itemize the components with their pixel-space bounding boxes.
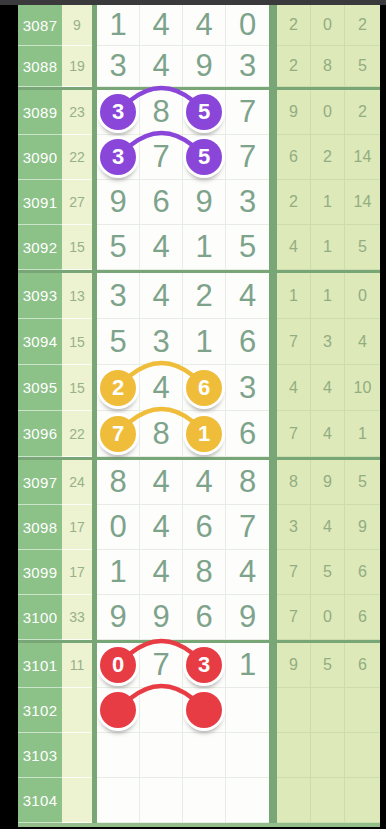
sum-cell bbox=[62, 688, 92, 733]
chart-row-3097: 3097248448895 bbox=[18, 460, 380, 505]
digit-cell bbox=[183, 733, 226, 778]
digit-cell bbox=[97, 733, 140, 778]
digit-cell: 8 bbox=[140, 90, 183, 135]
digit-cell: 9 bbox=[97, 180, 140, 225]
issue-cell: 3091 bbox=[18, 180, 62, 225]
thick-vertical-divider bbox=[269, 595, 277, 640]
extra-cell: 9 bbox=[277, 90, 311, 135]
chart-row-3088: 3088193493285 bbox=[18, 46, 380, 87]
digit-cell: 4 bbox=[140, 550, 183, 595]
issue-cell: 3103 bbox=[18, 733, 62, 778]
extra-cell: 6 bbox=[277, 135, 311, 180]
extra-cell bbox=[311, 778, 345, 823]
highlight-circle-red: 3 bbox=[186, 647, 222, 683]
extra-cell: 7 bbox=[277, 319, 311, 365]
extra-cell: 14 bbox=[345, 135, 380, 180]
digit-cell: 5 bbox=[97, 319, 140, 365]
extra-cell: 0 bbox=[311, 595, 345, 640]
extra-cell: 7 bbox=[277, 411, 311, 457]
digit-cell: 3 bbox=[226, 46, 269, 87]
digit-cell bbox=[226, 778, 269, 823]
chart-row-3096: 3096227816741 bbox=[18, 411, 380, 457]
digit-cell: 9 bbox=[226, 595, 269, 640]
digit-cell bbox=[183, 778, 226, 823]
digit-cell bbox=[226, 688, 269, 733]
extra-cell: 1 bbox=[311, 225, 345, 270]
issue-cell: 3095 bbox=[18, 365, 62, 411]
extra-cell: 5 bbox=[345, 46, 380, 87]
sum-cell: 27 bbox=[62, 180, 92, 225]
issue-cell: 3102 bbox=[18, 688, 62, 733]
chart-row-3095: 30951524634410 bbox=[18, 365, 380, 411]
sum-cell bbox=[62, 778, 92, 823]
sum-cell: 13 bbox=[62, 273, 92, 319]
digit-cell: 1 bbox=[183, 225, 226, 270]
extra-cell: 2 bbox=[277, 180, 311, 225]
extra-cell bbox=[345, 778, 380, 823]
issue-cell: 3100 bbox=[18, 595, 62, 640]
chart-row-3089: 3089233857902 bbox=[18, 90, 380, 135]
sum-cell: 17 bbox=[62, 505, 92, 550]
chart-row-3104: 3104 bbox=[18, 778, 380, 823]
extra-cell: 6 bbox=[345, 643, 380, 688]
digit-cell: 8 bbox=[97, 460, 140, 505]
digit-cell: 9 bbox=[183, 46, 226, 87]
thick-vertical-divider bbox=[269, 135, 277, 180]
thick-vertical-divider bbox=[269, 319, 277, 365]
extra-cell: 9 bbox=[277, 643, 311, 688]
extra-cell: 2 bbox=[277, 5, 311, 46]
chart-row-3087: 308791440202 bbox=[18, 5, 380, 46]
thick-vertical-divider bbox=[269, 411, 277, 457]
digit-cell: 4 bbox=[183, 460, 226, 505]
extra-cell: 2 bbox=[311, 135, 345, 180]
digit-cell: 4 bbox=[140, 46, 183, 87]
digit-cell: 5 bbox=[183, 90, 226, 135]
digit-cell: 5 bbox=[226, 225, 269, 270]
sum-cell: 33 bbox=[62, 595, 92, 640]
sum-cell bbox=[62, 733, 92, 778]
highlight-circle-red bbox=[186, 692, 222, 728]
extra-cell bbox=[277, 733, 311, 778]
extra-cell: 7 bbox=[277, 550, 311, 595]
sum-cell: 23 bbox=[62, 90, 92, 135]
digit-cell bbox=[140, 733, 183, 778]
highlight-circle-red bbox=[100, 692, 136, 728]
digit-cell: 1 bbox=[226, 643, 269, 688]
issue-cell: 3090 bbox=[18, 135, 62, 180]
sum-cell: 22 bbox=[62, 135, 92, 180]
thick-vertical-divider bbox=[269, 460, 277, 505]
extra-cell: 4 bbox=[311, 411, 345, 457]
issue-cell: 3101 bbox=[18, 643, 62, 688]
digit-cell: 6 bbox=[183, 595, 226, 640]
extra-cell: 2 bbox=[345, 5, 380, 46]
digit-cell: 6 bbox=[183, 365, 226, 411]
extra-cell bbox=[311, 733, 345, 778]
issue-cell: 3089 bbox=[18, 90, 62, 135]
digit-cell: 8 bbox=[140, 411, 183, 457]
chart-row-3103: 3103 bbox=[18, 733, 380, 778]
thick-vertical-divider bbox=[269, 225, 277, 270]
digit-cell: 3 bbox=[97, 135, 140, 180]
issue-cell: 3098 bbox=[18, 505, 62, 550]
chart-row-3100: 3100339969706 bbox=[18, 595, 380, 640]
extra-cell: 5 bbox=[345, 225, 380, 270]
extra-cell: 3 bbox=[311, 319, 345, 365]
thick-vertical-divider bbox=[269, 46, 277, 87]
thick-vertical-divider bbox=[269, 273, 277, 319]
trend-chart-table: 3087914402023088193493285308923385790230… bbox=[18, 5, 380, 827]
thick-vertical-divider bbox=[269, 505, 277, 550]
sum-cell: 15 bbox=[62, 319, 92, 365]
digit-cell: 3 bbox=[97, 46, 140, 87]
digit-cell: 2 bbox=[97, 365, 140, 411]
issue-cell: 3099 bbox=[18, 550, 62, 595]
thick-vertical-divider bbox=[269, 733, 277, 778]
digit-cell: 3 bbox=[226, 365, 269, 411]
extra-cell: 1 bbox=[345, 411, 380, 457]
digit-cell: 8 bbox=[183, 550, 226, 595]
extra-cell: 4 bbox=[277, 225, 311, 270]
digit-cell: 7 bbox=[226, 505, 269, 550]
highlight-circle-purple: 5 bbox=[186, 94, 222, 130]
digit-cell: 4 bbox=[140, 365, 183, 411]
digit-cell: 5 bbox=[97, 225, 140, 270]
extra-cell: 4 bbox=[311, 365, 345, 411]
digit-cell: 2 bbox=[183, 273, 226, 319]
sum-cell: 19 bbox=[62, 46, 92, 87]
extra-cell: 2 bbox=[345, 90, 380, 135]
digit-cell: 6 bbox=[226, 319, 269, 365]
digit-cell: 3 bbox=[140, 319, 183, 365]
digit-cell: 3 bbox=[183, 643, 226, 688]
thick-vertical-divider bbox=[269, 180, 277, 225]
extra-cell: 4 bbox=[277, 365, 311, 411]
highlight-circle-purple: 3 bbox=[100, 94, 136, 130]
issue-cell: 3097 bbox=[18, 460, 62, 505]
digit-cell: 4 bbox=[140, 5, 183, 46]
extra-cell: 6 bbox=[345, 550, 380, 595]
digit-cell: 4 bbox=[140, 225, 183, 270]
thick-vertical-divider bbox=[269, 365, 277, 411]
sum-cell: 15 bbox=[62, 365, 92, 411]
extra-cell: 4 bbox=[345, 319, 380, 365]
highlight-circle-yellow: 6 bbox=[186, 370, 222, 406]
extra-cell: 14 bbox=[345, 180, 380, 225]
chart-row-3101: 3101110731956 bbox=[18, 643, 380, 688]
digit-cell: 6 bbox=[226, 411, 269, 457]
extra-cell: 8 bbox=[277, 460, 311, 505]
chart-row-3091: 30912796932114 bbox=[18, 180, 380, 225]
digit-cell: 4 bbox=[226, 550, 269, 595]
digit-cell: 0 bbox=[97, 643, 140, 688]
digit-cell: 5 bbox=[183, 135, 226, 180]
thick-vertical-divider bbox=[269, 643, 277, 688]
extra-cell: 6 bbox=[345, 595, 380, 640]
extra-cell: 5 bbox=[311, 643, 345, 688]
digit-cell: 4 bbox=[183, 5, 226, 46]
extra-cell bbox=[345, 733, 380, 778]
extra-cell: 3 bbox=[277, 505, 311, 550]
extra-cell: 5 bbox=[311, 550, 345, 595]
extra-cell: 4 bbox=[311, 505, 345, 550]
chart-row-3099: 3099171484756 bbox=[18, 550, 380, 595]
sum-cell: 9 bbox=[62, 5, 92, 46]
extra-cell: 8 bbox=[311, 46, 345, 87]
issue-cell: 3088 bbox=[18, 46, 62, 87]
chart-row-3093: 3093133424110 bbox=[18, 273, 380, 319]
highlight-circle-red: 0 bbox=[100, 647, 136, 683]
highlight-circle-yellow: 2 bbox=[100, 370, 136, 406]
chart-row-3090: 30902237576214 bbox=[18, 135, 380, 180]
issue-cell: 3092 bbox=[18, 225, 62, 270]
extra-cell: 0 bbox=[345, 273, 380, 319]
lottery-trend-screen: 3087914402023088193493285308923385790230… bbox=[0, 0, 386, 829]
digit-cell: 6 bbox=[183, 505, 226, 550]
extra-cell: 0 bbox=[311, 5, 345, 46]
digit-cell bbox=[97, 778, 140, 823]
sum-cell: 17 bbox=[62, 550, 92, 595]
extra-cell: 1 bbox=[277, 273, 311, 319]
digit-cell: 6 bbox=[140, 180, 183, 225]
digit-cell bbox=[140, 688, 183, 733]
extra-cell: 9 bbox=[311, 460, 345, 505]
digit-cell: 3 bbox=[97, 273, 140, 319]
highlight-circle-yellow: 1 bbox=[186, 416, 222, 452]
digit-cell: 9 bbox=[183, 180, 226, 225]
extra-cell bbox=[311, 688, 345, 733]
extra-cell: 5 bbox=[345, 460, 380, 505]
digit-cell: 0 bbox=[226, 5, 269, 46]
extra-cell: 1 bbox=[311, 273, 345, 319]
extra-cell: 2 bbox=[277, 46, 311, 87]
thick-vertical-divider bbox=[269, 550, 277, 595]
thick-vertical-divider bbox=[269, 5, 277, 46]
extra-cell: 0 bbox=[311, 90, 345, 135]
sum-cell: 24 bbox=[62, 460, 92, 505]
digit-cell: 9 bbox=[140, 595, 183, 640]
highlight-circle-yellow: 7 bbox=[100, 416, 136, 452]
extra-cell: 9 bbox=[345, 505, 380, 550]
thick-vertical-divider bbox=[269, 688, 277, 733]
extra-cell bbox=[277, 778, 311, 823]
digit-cell: 0 bbox=[97, 505, 140, 550]
digit-cell: 4 bbox=[226, 273, 269, 319]
digit-cell: 7 bbox=[140, 135, 183, 180]
digit-cell: 4 bbox=[140, 460, 183, 505]
sum-cell: 11 bbox=[62, 643, 92, 688]
issue-cell: 3104 bbox=[18, 778, 62, 823]
extra-cell bbox=[345, 688, 380, 733]
chart-row-3092: 3092155415415 bbox=[18, 225, 380, 270]
extra-cell: 10 bbox=[345, 365, 380, 411]
thick-vertical-divider bbox=[269, 90, 277, 135]
chart-row-3094: 3094155316734 bbox=[18, 319, 380, 365]
digit-cell: 1 bbox=[183, 411, 226, 457]
digit-cell: 7 bbox=[140, 643, 183, 688]
digit-cell: 3 bbox=[97, 90, 140, 135]
extra-cell: 7 bbox=[277, 595, 311, 640]
extra-cell bbox=[277, 688, 311, 733]
digit-cell: 7 bbox=[226, 135, 269, 180]
digit-cell: 1 bbox=[183, 319, 226, 365]
issue-cell: 3087 bbox=[18, 5, 62, 46]
digit-cell: 3 bbox=[226, 180, 269, 225]
issue-cell: 3094 bbox=[18, 319, 62, 365]
digit-cell: 7 bbox=[226, 90, 269, 135]
digit-cell: 7 bbox=[97, 411, 140, 457]
chart-row-3102: 3102 bbox=[18, 688, 380, 733]
highlight-circle-purple: 5 bbox=[186, 139, 222, 175]
table-bottom-border bbox=[18, 823, 380, 827]
digit-cell bbox=[97, 688, 140, 733]
highlight-circle-purple: 3 bbox=[100, 139, 136, 175]
issue-cell: 3093 bbox=[18, 273, 62, 319]
digit-cell: 1 bbox=[97, 550, 140, 595]
extra-cell: 1 bbox=[311, 180, 345, 225]
digit-cell: 1 bbox=[97, 5, 140, 46]
digit-cell: 8 bbox=[226, 460, 269, 505]
digit-cell: 4 bbox=[140, 505, 183, 550]
digit-cell: 4 bbox=[140, 273, 183, 319]
digit-cell bbox=[140, 778, 183, 823]
chart-row-3098: 3098170467349 bbox=[18, 505, 380, 550]
issue-cell: 3096 bbox=[18, 411, 62, 457]
sum-cell: 15 bbox=[62, 225, 92, 270]
digit-cell: 9 bbox=[97, 595, 140, 640]
digit-cell bbox=[226, 733, 269, 778]
sum-cell: 22 bbox=[62, 411, 92, 457]
thick-vertical-divider bbox=[269, 778, 277, 823]
digit-cell bbox=[183, 688, 226, 733]
